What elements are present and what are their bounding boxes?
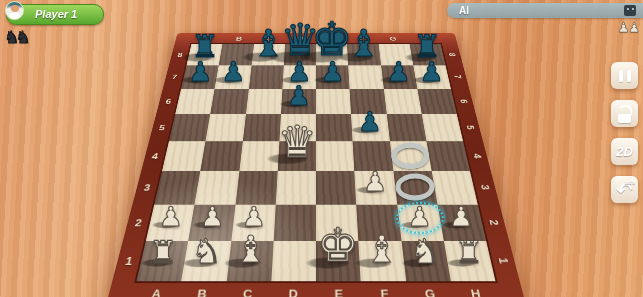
pause-icon [619,70,623,82]
file-label-top-b: B [235,35,242,42]
piece-white-pawn-g2[interactable]: ♟ [408,203,432,230]
move-target-g3[interactable] [395,174,434,201]
file-label-bottom-f: F [380,286,389,297]
square-c7[interactable] [249,66,284,89]
file-label-bottom-c: C [242,286,252,297]
ai-badge: AI [447,3,643,18]
player-one-name: Player 1 [35,5,77,24]
lock-open-icon [618,105,632,123]
square-b3[interactable] [195,171,239,204]
piece-white-pawn-a2[interactable]: ♟ [159,203,183,230]
square-h3[interactable] [432,171,478,204]
lock-button[interactable] [611,100,638,127]
chess-app-screen: { "game": "chess", "position": { "fen": … [0,0,643,297]
square-g6[interactable] [383,89,421,114]
square-h4[interactable] [426,141,470,171]
square-g5[interactable] [386,114,426,141]
rank-label-right-7: 7 [452,75,464,79]
captured-by-white-tray: ♞♞ [4,27,27,47]
square-a6[interactable] [175,89,215,114]
square-a4[interactable] [162,141,206,171]
rank-label-left-4: 4 [151,151,159,161]
rank-label-right-8: 8 [446,53,457,56]
square-d2[interactable] [273,204,316,240]
ai-name: AI [459,3,469,18]
ads-tag: ads [625,179,635,185]
piece-white-king-e1[interactable]: ♚ [317,222,358,268]
2d-label: 2D [616,144,633,159]
square-a5[interactable] [169,114,211,141]
square-f7[interactable] [348,66,383,89]
file-label-bottom-d: D [288,286,298,297]
rank-label-left-5: 5 [158,123,166,132]
square-c6[interactable] [246,89,283,114]
piece-white-knight-b1[interactable]: ♞ [192,234,222,268]
file-label-bottom-h: H [470,286,482,297]
piece-black-bishop-f8[interactable]: ♝ [347,25,380,62]
square-h6[interactable] [417,89,457,114]
captured-by-black-tray: ♟♟ [619,18,640,36]
rank-label-left-3: 3 [143,182,152,193]
rank-label-left-2: 2 [134,216,143,228]
rank-label-left-1: 1 [124,254,134,267]
square-e3[interactable] [316,171,356,204]
square-b4[interactable] [200,141,242,171]
undo-button[interactable]: ↶ ads [611,176,638,203]
pause-button[interactable] [611,62,638,89]
rank-label-right-1: 1 [495,257,511,263]
square-c5[interactable] [242,114,280,141]
file-label-bottom-b: B [196,286,207,297]
robot-icon [624,5,636,16]
piece-white-rook-h1[interactable]: ♜ [455,237,483,268]
piece-black-pawn-g7[interactable]: ♟ [387,58,411,85]
piece-white-pawn-c2[interactable]: ♟ [242,203,266,230]
file-label-bottom-a: A [150,286,162,297]
rank-label-right-3: 3 [478,185,492,190]
piece-black-pawn-d6[interactable]: ♟ [287,82,311,109]
captured-white-pawn-icon: ♟ [628,20,640,35]
square-b6[interactable] [210,89,248,114]
rank-label-right-2: 2 [486,219,501,225]
2d-view-button[interactable]: 2D [611,138,638,165]
square-b5[interactable] [206,114,246,141]
piece-white-knight-g1[interactable]: ♞ [410,234,440,268]
piece-white-pawn-h2[interactable]: ♟ [449,203,473,230]
square-e5[interactable] [316,114,353,141]
square-c4[interactable] [239,141,279,171]
rank-label-left-6: 6 [165,97,172,105]
piece-black-pawn-f5[interactable]: ♟ [358,108,382,135]
square-e6[interactable] [316,89,351,114]
piece-white-rook-a1[interactable]: ♜ [149,237,177,268]
piece-white-bishop-f1[interactable]: ♝ [365,231,398,268]
move-target-g4[interactable] [391,143,429,169]
piece-white-queen-d4[interactable]: ♛ [277,120,316,164]
player-avatar[interactable] [5,1,24,20]
piece-black-pawn-b7[interactable]: ♟ [221,58,245,85]
file-label-bottom-e: E [334,286,343,297]
piece-white-pawn-b2[interactable]: ♟ [200,203,224,230]
rank-label-left-7: 7 [171,73,178,81]
piece-black-pawn-e7[interactable]: ♟ [320,58,344,85]
rank-label-right-4: 4 [470,154,483,159]
square-a3[interactable] [154,171,200,204]
rank-label-right-5: 5 [464,125,477,129]
piece-black-pawn-a7[interactable]: ♟ [188,58,212,85]
rank-label-left-8: 8 [177,51,184,58]
square-d1[interactable] [271,241,316,281]
rank-label-right-6: 6 [457,99,469,103]
file-label-bottom-g: G [424,286,436,297]
square-e4[interactable] [316,141,355,171]
captured-black-knight-icon: ♞ [15,27,30,47]
square-d3[interactable] [276,171,316,204]
piece-black-pawn-h7[interactable]: ♟ [420,58,444,85]
square-h5[interactable] [422,114,464,141]
piece-white-pawn-f3[interactable]: ♟ [363,168,387,195]
piece-white-bishop-c1[interactable]: ♝ [234,231,267,268]
square-c3[interactable] [235,171,277,204]
file-label-top-g: G [389,35,397,42]
